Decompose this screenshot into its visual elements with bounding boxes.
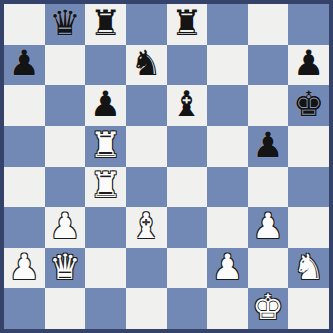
- square-a6[interactable]: [4, 85, 45, 126]
- square-f5[interactable]: [207, 126, 248, 167]
- square-d2[interactable]: [126, 248, 167, 289]
- square-a1[interactable]: [4, 288, 45, 329]
- black-pawn-icon: ♟: [293, 46, 324, 81]
- white-rook-icon: ♜: [90, 128, 121, 163]
- white-queen-icon: ♛: [49, 250, 80, 285]
- square-e1[interactable]: [167, 288, 208, 329]
- square-b6[interactable]: [45, 85, 86, 126]
- white-pawn-icon: ♟: [252, 209, 283, 244]
- square-f3[interactable]: [207, 207, 248, 248]
- square-h1[interactable]: [288, 288, 329, 329]
- square-g5[interactable]: ♟: [248, 126, 289, 167]
- square-e5[interactable]: [167, 126, 208, 167]
- square-b2[interactable]: ♛: [45, 248, 86, 289]
- square-c5[interactable]: ♜: [85, 126, 126, 167]
- square-a2[interactable]: ♟: [4, 248, 45, 289]
- square-d6[interactable]: [126, 85, 167, 126]
- square-c8[interactable]: ♜: [85, 4, 126, 45]
- square-e2[interactable]: [167, 248, 208, 289]
- square-d8[interactable]: [126, 4, 167, 45]
- square-b5[interactable]: [45, 126, 86, 167]
- square-f1[interactable]: [207, 288, 248, 329]
- square-g6[interactable]: [248, 85, 289, 126]
- square-e8[interactable]: ♜: [167, 4, 208, 45]
- square-a7[interactable]: ♟: [4, 45, 45, 86]
- square-g4[interactable]: [248, 167, 289, 208]
- square-e6[interactable]: ♝: [167, 85, 208, 126]
- square-f8[interactable]: [207, 4, 248, 45]
- white-rook-icon: ♜: [90, 168, 121, 203]
- square-h5[interactable]: [288, 126, 329, 167]
- square-g1[interactable]: ♚: [248, 288, 289, 329]
- square-a5[interactable]: [4, 126, 45, 167]
- square-h6[interactable]: ♚: [288, 85, 329, 126]
- square-a8[interactable]: [4, 4, 45, 45]
- square-b1[interactable]: [45, 288, 86, 329]
- square-c2[interactable]: [85, 248, 126, 289]
- white-pawn-icon: ♟: [212, 250, 243, 285]
- square-h4[interactable]: [288, 167, 329, 208]
- black-rook-icon: ♜: [171, 6, 202, 41]
- black-pawn-icon: ♟: [9, 46, 40, 81]
- square-e3[interactable]: [167, 207, 208, 248]
- square-c4[interactable]: ♜: [85, 167, 126, 208]
- white-knight-icon: ♞: [293, 250, 324, 285]
- square-d4[interactable]: [126, 167, 167, 208]
- black-king-icon: ♚: [293, 87, 324, 122]
- white-pawn-icon: ♟: [9, 250, 40, 285]
- black-pawn-icon: ♟: [252, 128, 283, 163]
- square-c3[interactable]: [85, 207, 126, 248]
- black-knight-icon: ♞: [130, 46, 161, 81]
- square-b8[interactable]: ♛: [45, 4, 86, 45]
- white-bishop-icon: ♝: [130, 209, 161, 244]
- black-pawn-icon: ♟: [90, 87, 121, 122]
- square-f4[interactable]: [207, 167, 248, 208]
- square-f7[interactable]: [207, 45, 248, 86]
- square-a4[interactable]: [4, 167, 45, 208]
- square-b4[interactable]: [45, 167, 86, 208]
- black-rook-icon: ♜: [90, 6, 121, 41]
- white-king-icon: ♚: [252, 290, 283, 325]
- square-f2[interactable]: ♟: [207, 248, 248, 289]
- black-queen-icon: ♛: [49, 6, 80, 41]
- square-d1[interactable]: [126, 288, 167, 329]
- square-f6[interactable]: [207, 85, 248, 126]
- square-d5[interactable]: [126, 126, 167, 167]
- square-c7[interactable]: [85, 45, 126, 86]
- square-h2[interactable]: ♞: [288, 248, 329, 289]
- square-c6[interactable]: ♟: [85, 85, 126, 126]
- square-g8[interactable]: [248, 4, 289, 45]
- square-b3[interactable]: ♟: [45, 207, 86, 248]
- square-a3[interactable]: [4, 207, 45, 248]
- square-d3[interactable]: ♝: [126, 207, 167, 248]
- square-e7[interactable]: [167, 45, 208, 86]
- square-b7[interactable]: [45, 45, 86, 86]
- chess-board: ♛♜♜♟♞♟♟♝♚♜♟♜♟♝♟♟♛♟♞♚: [4, 4, 329, 329]
- square-e4[interactable]: [167, 167, 208, 208]
- square-h7[interactable]: ♟: [288, 45, 329, 86]
- square-g2[interactable]: [248, 248, 289, 289]
- chess-board-frame: ♛♜♜♟♞♟♟♝♚♜♟♜♟♝♟♟♛♟♞♚: [0, 0, 333, 333]
- square-h3[interactable]: [288, 207, 329, 248]
- white-pawn-icon: ♟: [49, 209, 80, 244]
- square-g7[interactable]: [248, 45, 289, 86]
- square-g3[interactable]: ♟: [248, 207, 289, 248]
- square-c1[interactable]: [85, 288, 126, 329]
- square-h8[interactable]: [288, 4, 329, 45]
- square-d7[interactable]: ♞: [126, 45, 167, 86]
- black-bishop-icon: ♝: [171, 87, 202, 122]
